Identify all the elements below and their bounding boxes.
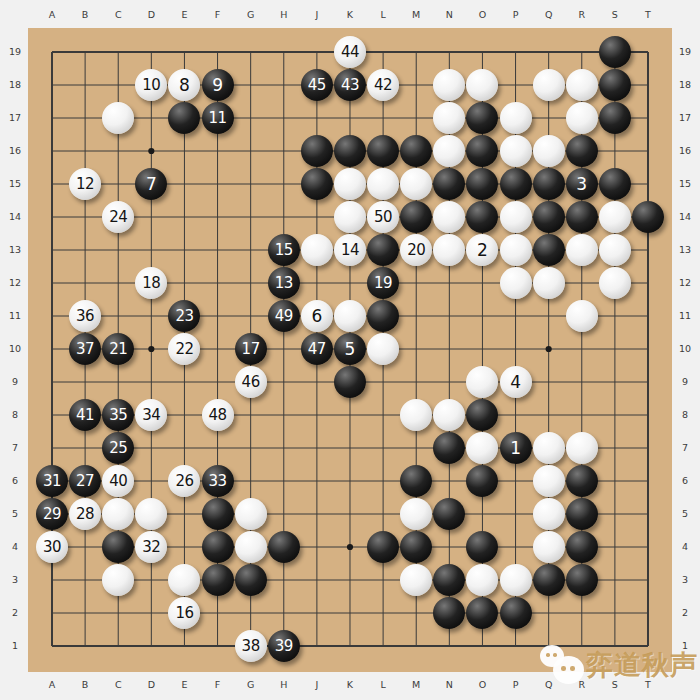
row-label-left-15: 15 [4, 178, 26, 189]
move-number-4: 4 [510, 374, 521, 391]
col-label-top-E: E [174, 9, 194, 20]
stone-white-P16 [500, 135, 532, 167]
row-label-right-2: 2 [674, 607, 696, 618]
stone-white-M8 [400, 399, 432, 431]
stone-black-C10: 21 [102, 333, 134, 365]
stone-black-H1: 39 [268, 630, 300, 662]
row-label-right-8: 8 [674, 409, 696, 420]
stone-white-J11: 6 [301, 300, 333, 332]
stone-black-C7: 25 [102, 432, 134, 464]
stone-black-R6 [566, 465, 598, 497]
stone-black-L13 [367, 234, 399, 266]
col-label-top-J: J [307, 9, 327, 20]
stone-white-K15 [334, 168, 366, 200]
row-label-right-4: 4 [674, 541, 696, 552]
col-label-top-O: O [472, 9, 492, 20]
move-number-9: 9 [212, 77, 223, 94]
stone-black-R16 [566, 135, 598, 167]
move-number-30: 30 [43, 540, 61, 555]
row-label-left-13: 13 [4, 244, 26, 255]
move-number-13: 13 [275, 276, 293, 291]
stone-white-P12 [500, 267, 532, 299]
stone-white-K13: 14 [334, 234, 366, 266]
row-label-left-8: 8 [4, 409, 26, 420]
col-label-top-C: C [108, 9, 128, 20]
move-number-18: 18 [142, 276, 160, 291]
row-label-right-3: 3 [674, 574, 696, 585]
stone-black-H11: 49 [268, 300, 300, 332]
stone-white-R7 [566, 432, 598, 464]
stone-black-A6: 31 [36, 465, 68, 497]
row-label-right-19: 19 [674, 46, 696, 57]
row-label-right-11: 11 [674, 310, 696, 321]
move-number-49: 49 [275, 309, 293, 324]
watermark-text: 弈道秋声 [586, 647, 698, 683]
stone-white-L10 [367, 333, 399, 365]
row-label-right-9: 9 [674, 376, 696, 387]
stone-white-K11 [334, 300, 366, 332]
stone-black-R15: 3 [566, 168, 598, 200]
col-label-top-K: K [340, 9, 360, 20]
stone-white-M15 [400, 168, 432, 200]
stone-white-P13 [500, 234, 532, 266]
stone-black-S17 [599, 102, 631, 134]
stone-white-L15 [367, 168, 399, 200]
stone-white-M13: 20 [400, 234, 432, 266]
stone-black-G10: 17 [235, 333, 267, 365]
stone-white-Q4 [533, 531, 565, 563]
stone-white-P14 [500, 201, 532, 233]
move-number-40: 40 [109, 474, 127, 489]
move-number-23: 23 [175, 309, 193, 324]
col-label-bottom-L: L [373, 679, 393, 690]
row-label-left-14: 14 [4, 211, 26, 222]
move-number-19: 19 [374, 276, 392, 291]
row-label-left-10: 10 [4, 343, 26, 354]
row-label-left-5: 5 [4, 508, 26, 519]
row-label-left-4: 4 [4, 541, 26, 552]
move-number-26: 26 [175, 474, 193, 489]
move-number-36: 36 [76, 309, 94, 324]
move-number-14: 14 [341, 243, 359, 258]
stone-black-P7: 1 [500, 432, 532, 464]
stone-white-Q18 [533, 69, 565, 101]
stone-white-L18: 42 [367, 69, 399, 101]
row-label-right-7: 7 [674, 442, 696, 453]
stone-white-F8: 48 [202, 399, 234, 431]
stone-black-C4 [102, 531, 134, 563]
stone-black-M14 [400, 201, 432, 233]
stone-black-K10: 5 [334, 333, 366, 365]
star-point-Q10 [546, 346, 552, 352]
col-label-bottom-M: M [406, 679, 426, 690]
col-label-bottom-G: G [241, 679, 261, 690]
star-point-D10 [148, 346, 154, 352]
move-number-22: 22 [175, 342, 193, 357]
stone-white-M5 [400, 498, 432, 530]
col-label-bottom-E: E [174, 679, 194, 690]
stone-black-P15 [500, 168, 532, 200]
stone-black-K18: 43 [334, 69, 366, 101]
col-label-top-G: G [241, 9, 261, 20]
stone-black-F3 [202, 564, 234, 596]
stone-white-S12 [599, 267, 631, 299]
row-label-right-18: 18 [674, 79, 696, 90]
move-number-32: 32 [142, 540, 160, 555]
watermark: 弈道秋声 [538, 641, 698, 689]
stone-white-Q12 [533, 267, 565, 299]
stone-black-A5: 29 [36, 498, 68, 530]
col-label-bottom-B: B [75, 679, 95, 690]
move-number-48: 48 [209, 408, 227, 423]
col-label-bottom-C: C [108, 679, 128, 690]
row-label-left-3: 3 [4, 574, 26, 585]
move-number-50: 50 [374, 210, 392, 225]
go-diagram-page: AABBCCDDEEFFGGHHJJKKLLMMNNOOPPQQRRSSTT19… [0, 0, 700, 700]
col-label-top-T: T [638, 9, 658, 20]
stone-white-R18 [566, 69, 598, 101]
row-label-left-17: 17 [4, 112, 26, 123]
stone-black-S18 [599, 69, 631, 101]
wechat-bubble-big [553, 656, 584, 684]
col-label-top-R: R [572, 9, 592, 20]
stone-black-T14 [632, 201, 664, 233]
stone-black-G3 [235, 564, 267, 596]
col-label-bottom-K: K [340, 679, 360, 690]
stone-white-S13 [599, 234, 631, 266]
move-number-45: 45 [308, 78, 326, 93]
row-label-right-5: 5 [674, 508, 696, 519]
stone-white-C14: 24 [102, 201, 134, 233]
stone-black-K9 [334, 366, 366, 398]
row-label-left-12: 12 [4, 277, 26, 288]
col-label-bottom-D: D [141, 679, 161, 690]
move-number-2: 2 [477, 242, 488, 259]
stone-white-Q6 [533, 465, 565, 497]
stone-black-M6 [400, 465, 432, 497]
move-number-10: 10 [142, 78, 160, 93]
move-number-25: 25 [109, 441, 127, 456]
row-label-left-11: 11 [4, 310, 26, 321]
stone-black-C8: 35 [102, 399, 134, 431]
move-number-37: 37 [76, 342, 94, 357]
col-label-top-S: S [605, 9, 625, 20]
move-number-35: 35 [109, 408, 127, 423]
stone-white-Q5 [533, 498, 565, 530]
move-number-3: 3 [576, 176, 587, 193]
stone-black-Q3 [533, 564, 565, 596]
stone-white-K14 [334, 201, 366, 233]
col-label-top-Q: Q [539, 9, 559, 20]
move-number-47: 47 [308, 342, 326, 357]
row-label-right-13: 13 [674, 244, 696, 255]
move-number-46: 46 [242, 375, 260, 390]
stone-white-S14 [599, 201, 631, 233]
row-label-left-19: 19 [4, 46, 26, 57]
row-label-left-1: 1 [4, 640, 26, 651]
row-label-left-2: 2 [4, 607, 26, 618]
stone-black-H12: 13 [268, 267, 300, 299]
col-label-bottom-H: H [274, 679, 294, 690]
stone-white-C6: 40 [102, 465, 134, 497]
stone-black-F4 [202, 531, 234, 563]
move-number-16: 16 [175, 606, 193, 621]
stone-white-A4: 30 [36, 531, 68, 563]
row-label-right-16: 16 [674, 145, 696, 156]
stone-black-L12: 19 [367, 267, 399, 299]
row-label-right-15: 15 [674, 178, 696, 189]
row-label-right-14: 14 [674, 211, 696, 222]
stone-black-F5 [202, 498, 234, 530]
col-label-top-M: M [406, 9, 426, 20]
stone-black-B6: 27 [69, 465, 101, 497]
stone-white-Q7 [533, 432, 565, 464]
col-label-bottom-P: P [506, 679, 526, 690]
stone-white-R17 [566, 102, 598, 134]
star-point-D16 [148, 148, 154, 154]
col-label-top-D: D [141, 9, 161, 20]
row-label-right-12: 12 [674, 277, 696, 288]
stone-white-B15: 12 [69, 168, 101, 200]
move-number-29: 29 [43, 507, 61, 522]
move-number-34: 34 [142, 408, 160, 423]
col-label-top-P: P [506, 9, 526, 20]
move-number-44: 44 [341, 45, 359, 60]
stone-black-R3 [566, 564, 598, 596]
stone-black-Q13 [533, 234, 565, 266]
stone-black-R14 [566, 201, 598, 233]
col-label-top-A: A [42, 9, 62, 20]
col-label-top-L: L [373, 9, 393, 20]
star-point-K4 [347, 544, 353, 550]
stone-black-L16 [367, 135, 399, 167]
stone-black-P2 [500, 597, 532, 629]
stone-black-S19 [599, 36, 631, 68]
stone-white-G5 [235, 498, 267, 530]
move-number-5: 5 [345, 341, 356, 358]
move-number-21: 21 [109, 342, 127, 357]
move-number-41: 41 [76, 408, 94, 423]
row-label-right-17: 17 [674, 112, 696, 123]
stone-black-L11 [367, 300, 399, 332]
move-number-8: 8 [179, 77, 190, 94]
stone-black-M4 [400, 531, 432, 563]
stone-black-M16 [400, 135, 432, 167]
row-label-left-18: 18 [4, 79, 26, 90]
col-label-bottom-N: N [439, 679, 459, 690]
stone-white-B5: 28 [69, 498, 101, 530]
stone-white-C3 [102, 564, 134, 596]
move-number-38: 38 [242, 639, 260, 654]
stone-white-M3 [400, 564, 432, 596]
move-number-42: 42 [374, 78, 392, 93]
col-label-top-B: B [75, 9, 95, 20]
stone-white-C5 [102, 498, 134, 530]
move-number-33: 33 [209, 474, 227, 489]
stone-black-L4 [367, 531, 399, 563]
move-number-43: 43 [341, 78, 359, 93]
row-label-left-9: 9 [4, 376, 26, 387]
row-label-left-7: 7 [4, 442, 26, 453]
wechat-icon [538, 641, 586, 689]
move-number-7: 7 [146, 176, 157, 193]
stone-black-J10: 47 [301, 333, 333, 365]
stone-white-K19: 44 [334, 36, 366, 68]
stone-black-J16 [301, 135, 333, 167]
row-label-left-16: 16 [4, 145, 26, 156]
stone-black-F18: 9 [202, 69, 234, 101]
stone-white-G1: 38 [235, 630, 267, 662]
stone-white-R11 [566, 300, 598, 332]
move-number-15: 15 [275, 243, 293, 258]
move-number-39: 39 [275, 639, 293, 654]
row-label-left-6: 6 [4, 475, 26, 486]
stone-black-J18: 45 [301, 69, 333, 101]
row-label-right-10: 10 [674, 343, 696, 354]
col-label-top-N: N [439, 9, 459, 20]
stone-white-J13 [301, 234, 333, 266]
stone-black-Q15 [533, 168, 565, 200]
stone-black-Q14 [533, 201, 565, 233]
move-number-24: 24 [109, 210, 127, 225]
move-number-31: 31 [43, 474, 61, 489]
stone-white-P17 [500, 102, 532, 134]
stone-white-B11: 36 [69, 300, 101, 332]
col-label-bottom-J: J [307, 679, 327, 690]
stone-white-P3 [500, 564, 532, 596]
stone-black-B10: 37 [69, 333, 101, 365]
stone-black-B8: 41 [69, 399, 101, 431]
col-label-top-F: F [208, 9, 228, 20]
stone-white-Q16 [533, 135, 565, 167]
row-label-right-6: 6 [674, 475, 696, 486]
move-number-27: 27 [76, 474, 94, 489]
stone-white-G9: 46 [235, 366, 267, 398]
stone-black-S15 [599, 168, 631, 200]
col-label-bottom-O: O [472, 679, 492, 690]
stone-white-P9: 4 [500, 366, 532, 398]
stone-black-F17: 11 [202, 102, 234, 134]
stone-white-L14: 50 [367, 201, 399, 233]
col-label-bottom-A: A [42, 679, 62, 690]
stone-black-R4 [566, 531, 598, 563]
stone-black-H13: 15 [268, 234, 300, 266]
move-number-20: 20 [407, 243, 425, 258]
move-number-17: 17 [242, 342, 260, 357]
move-number-28: 28 [76, 507, 94, 522]
col-label-bottom-F: F [208, 679, 228, 690]
stone-black-R5 [566, 498, 598, 530]
stone-white-R13 [566, 234, 598, 266]
stone-white-G4 [235, 531, 267, 563]
move-number-12: 12 [76, 177, 94, 192]
move-number-11: 11 [209, 111, 227, 126]
stone-white-C17 [102, 102, 134, 134]
move-number-1: 1 [510, 440, 521, 457]
move-number-6: 6 [311, 308, 322, 325]
stone-black-F6: 33 [202, 465, 234, 497]
stone-black-K16 [334, 135, 366, 167]
stone-black-J15 [301, 168, 333, 200]
col-label-top-H: H [274, 9, 294, 20]
stone-black-H4 [268, 531, 300, 563]
